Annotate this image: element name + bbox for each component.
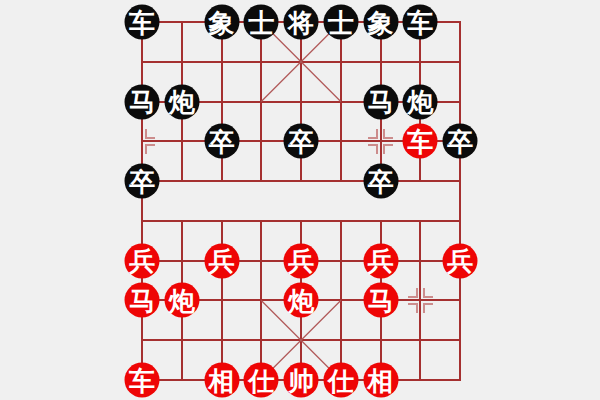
- red-rook[interactable]: 车: [125, 363, 160, 398]
- star-point-mark: [408, 288, 417, 297]
- black-advisor[interactable]: 士: [244, 5, 279, 40]
- star-point-mark: [424, 304, 433, 313]
- star-point-mark: [408, 304, 417, 313]
- red-horse[interactable]: 马: [125, 283, 160, 318]
- black-soldier[interactable]: 卒: [284, 124, 319, 159]
- red-cannon[interactable]: 炮: [164, 283, 199, 318]
- red-soldier[interactable]: 兵: [443, 243, 478, 278]
- black-cannon[interactable]: 炮: [403, 84, 438, 119]
- black-elephant[interactable]: 象: [363, 5, 398, 40]
- red-horse[interactable]: 马: [363, 283, 398, 318]
- red-rook[interactable]: 车: [403, 124, 438, 159]
- black-cannon[interactable]: 炮: [164, 84, 199, 119]
- star-point-mark: [146, 145, 155, 154]
- black-soldier[interactable]: 卒: [204, 124, 239, 159]
- red-advisor[interactable]: 仕: [244, 363, 279, 398]
- xiangqi-board[interactable]: 车象士将士象车马炮马炮卒卒车卒卒卒兵兵兵兵兵马炮炮马车相仕帅仕相: [0, 0, 600, 400]
- red-cannon[interactable]: 炮: [284, 283, 319, 318]
- star-point-mark: [368, 145, 377, 154]
- black-elephant[interactable]: 象: [204, 5, 239, 40]
- red-advisor[interactable]: 仕: [323, 363, 358, 398]
- black-horse[interactable]: 马: [363, 84, 398, 119]
- black-general[interactable]: 将: [284, 5, 319, 40]
- black-horse[interactable]: 马: [125, 84, 160, 119]
- red-soldier[interactable]: 兵: [125, 243, 160, 278]
- black-advisor[interactable]: 士: [323, 5, 358, 40]
- red-general[interactable]: 帅: [284, 363, 319, 398]
- star-point-mark: [424, 288, 433, 297]
- black-soldier[interactable]: 卒: [443, 124, 478, 159]
- red-soldier[interactable]: 兵: [284, 243, 319, 278]
- black-soldier[interactable]: 卒: [125, 164, 160, 199]
- red-soldier[interactable]: 兵: [363, 243, 398, 278]
- red-soldier[interactable]: 兵: [204, 243, 239, 278]
- star-point-mark: [368, 129, 377, 138]
- star-point-mark: [384, 129, 393, 138]
- red-elephant[interactable]: 相: [363, 363, 398, 398]
- star-point-mark: [384, 145, 393, 154]
- black-rook[interactable]: 车: [403, 5, 438, 40]
- red-elephant[interactable]: 相: [204, 363, 239, 398]
- black-rook[interactable]: 车: [125, 5, 160, 40]
- star-point-mark: [146, 129, 155, 138]
- black-soldier[interactable]: 卒: [363, 164, 398, 199]
- xiangqi-app: 车象士将士象车马炮马炮卒卒车卒卒卒兵兵兵兵兵马炮炮马车相仕帅仕相: [0, 0, 600, 400]
- board-grid: [0, 0, 600, 400]
